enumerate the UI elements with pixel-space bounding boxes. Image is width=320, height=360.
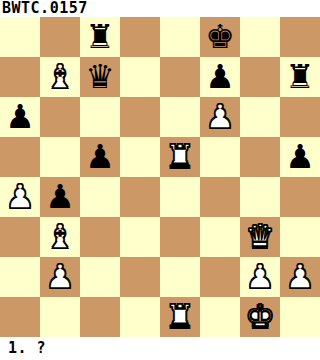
square-e7[interactable] [160,57,200,97]
square-e2[interactable] [160,257,200,297]
square-d2[interactable] [120,257,160,297]
square-f5[interactable] [200,137,240,177]
white-king[interactable]: ♚ [245,297,275,337]
square-a5[interactable] [0,137,40,177]
square-c3[interactable] [80,217,120,257]
square-e3[interactable] [160,217,200,257]
square-g7[interactable] [240,57,280,97]
square-g3[interactable]: ♛ [240,217,280,257]
square-h2[interactable]: ♟ [280,257,320,297]
square-d6[interactable] [120,97,160,137]
square-g8[interactable] [240,17,280,57]
white-pawn[interactable]: ♟ [45,257,75,297]
square-b6[interactable] [40,97,80,137]
square-d4[interactable] [120,177,160,217]
white-pawn[interactable]: ♟ [5,177,35,217]
square-h6[interactable] [280,97,320,137]
square-b5[interactable] [40,137,80,177]
move-prompt: 1. ? [0,337,320,360]
chess-diagram-window: BWTC.0157 ♜♚♝♛♟♜♟♟♟♜♟♟♟♝♛♟♟♟♜♚ 1. ? [0,0,320,360]
square-a1[interactable] [0,297,40,337]
square-f7[interactable]: ♟ [200,57,240,97]
square-c7[interactable]: ♛ [80,57,120,97]
white-bishop[interactable]: ♝ [45,57,75,97]
square-d1[interactable] [120,297,160,337]
black-pawn[interactable]: ♟ [285,137,315,177]
black-queen[interactable]: ♛ [85,57,115,97]
square-c1[interactable] [80,297,120,337]
black-rook[interactable]: ♜ [285,57,315,97]
square-f2[interactable] [200,257,240,297]
white-pawn[interactable]: ♟ [245,257,275,297]
puzzle-id-label: BWTC.0157 [0,0,320,17]
square-b7[interactable]: ♝ [40,57,80,97]
square-h5[interactable]: ♟ [280,137,320,177]
square-g1[interactable]: ♚ [240,297,280,337]
white-rook[interactable]: ♜ [165,137,195,177]
square-f6[interactable]: ♟ [200,97,240,137]
square-b1[interactable] [40,297,80,337]
square-f3[interactable] [200,217,240,257]
white-bishop[interactable]: ♝ [45,217,75,257]
square-a3[interactable] [0,217,40,257]
black-pawn[interactable]: ♟ [45,177,75,217]
white-pawn[interactable]: ♟ [285,257,315,297]
square-g2[interactable]: ♟ [240,257,280,297]
square-a4[interactable]: ♟ [0,177,40,217]
square-e1[interactable]: ♜ [160,297,200,337]
white-rook[interactable]: ♜ [165,297,195,337]
square-h4[interactable] [280,177,320,217]
black-pawn[interactable]: ♟ [85,137,115,177]
square-c4[interactable] [80,177,120,217]
square-e8[interactable] [160,17,200,57]
square-b8[interactable] [40,17,80,57]
black-pawn[interactable]: ♟ [205,57,235,97]
square-c5[interactable]: ♟ [80,137,120,177]
square-g4[interactable] [240,177,280,217]
square-d3[interactable] [120,217,160,257]
white-queen[interactable]: ♛ [245,217,275,257]
square-g6[interactable] [240,97,280,137]
square-b4[interactable]: ♟ [40,177,80,217]
white-pawn[interactable]: ♟ [205,97,235,137]
square-c8[interactable]: ♜ [80,17,120,57]
square-a7[interactable] [0,57,40,97]
square-c6[interactable] [80,97,120,137]
square-d5[interactable] [120,137,160,177]
square-h7[interactable]: ♜ [280,57,320,97]
square-c2[interactable] [80,257,120,297]
square-f8[interactable]: ♚ [200,17,240,57]
square-h1[interactable] [280,297,320,337]
square-f1[interactable] [200,297,240,337]
black-king[interactable]: ♚ [205,17,235,57]
square-b3[interactable]: ♝ [40,217,80,257]
square-a6[interactable]: ♟ [0,97,40,137]
black-rook[interactable]: ♜ [85,17,115,57]
square-g5[interactable] [240,137,280,177]
square-e5[interactable]: ♜ [160,137,200,177]
square-d7[interactable] [120,57,160,97]
square-e6[interactable] [160,97,200,137]
square-a2[interactable] [0,257,40,297]
square-e4[interactable] [160,177,200,217]
black-pawn[interactable]: ♟ [5,97,35,137]
chess-board: ♜♚♝♛♟♜♟♟♟♜♟♟♟♝♛♟♟♟♜♚ [0,17,320,337]
square-a8[interactable] [0,17,40,57]
square-f4[interactable] [200,177,240,217]
square-h3[interactable] [280,217,320,257]
square-h8[interactable] [280,17,320,57]
square-b2[interactable]: ♟ [40,257,80,297]
square-d8[interactable] [120,17,160,57]
